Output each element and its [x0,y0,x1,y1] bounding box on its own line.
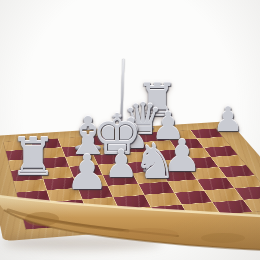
piece-white-knight[interactable]: ♞ [133,137,176,185]
board-live-edge [0,186,260,258]
piece-white-rook[interactable]: ♜ [10,131,57,183]
piece-white-pawn[interactable]: ♟ [65,148,108,196]
chess-set-photo: ♜♝♟♚♟♟♜♛♞♟♟♟ [0,0,260,260]
piece-white-pawn[interactable]: ♟ [104,145,138,183]
piece-white-pawn[interactable]: ♟ [213,102,243,136]
